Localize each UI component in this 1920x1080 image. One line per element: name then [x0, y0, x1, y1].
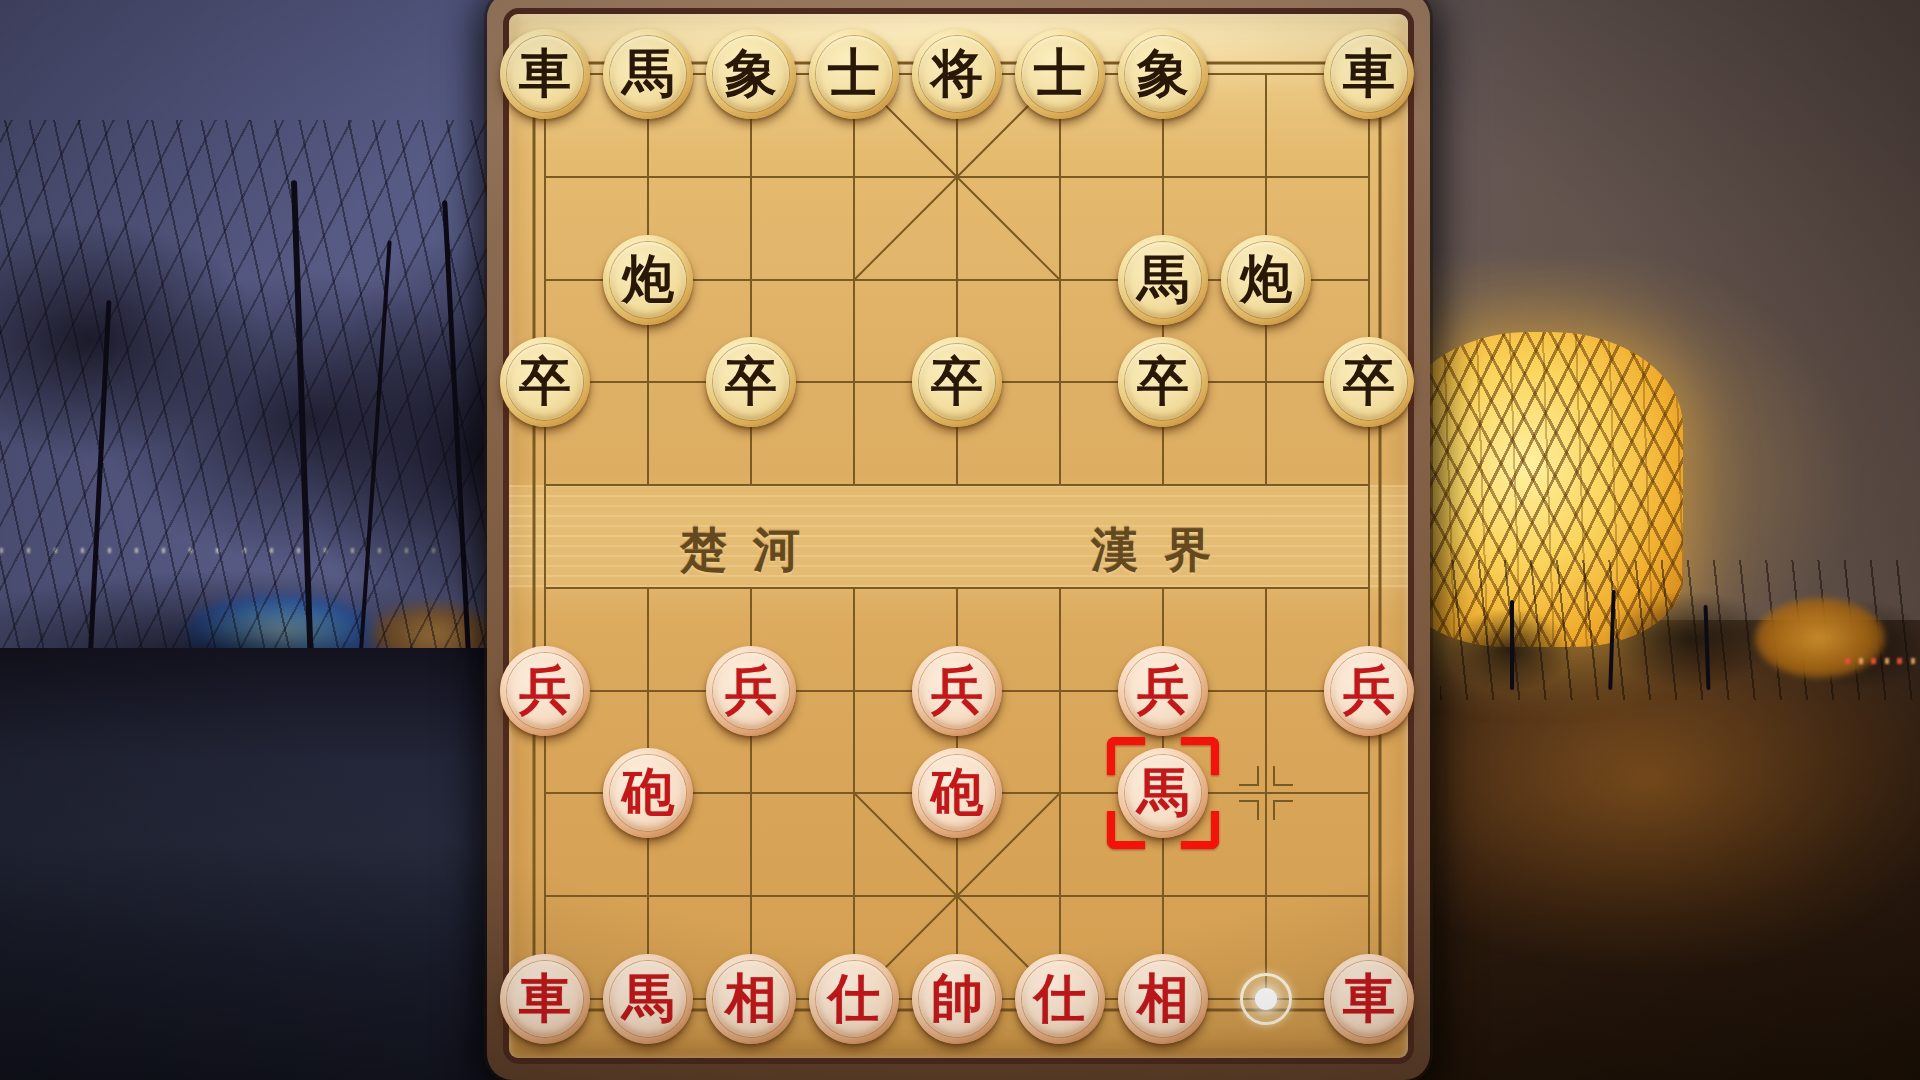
piece-character: 車 — [519, 48, 571, 100]
piece-red-elephant[interactable]: 相 — [1118, 954, 1208, 1044]
piece-red-cannon[interactable]: 砲 — [912, 748, 1002, 838]
piece-character: 車 — [519, 973, 571, 1025]
piece-character: 兵 — [519, 665, 571, 717]
piece-character: 馬 — [1137, 767, 1189, 819]
piece-black-advisor[interactable]: 士 — [809, 29, 899, 119]
piece-character: 砲 — [622, 767, 674, 819]
piece-character: 車 — [1343, 973, 1395, 1025]
piece-character: 卒 — [931, 356, 983, 408]
orange-lit-tree — [1755, 598, 1885, 678]
board-frame: 楚河 漢界 車馬象士将士象車炮馬炮卒卒卒卒卒兵兵兵兵兵砲砲馬車馬相仕帥仕相車 — [487, 0, 1430, 1080]
piece-character: 相 — [1137, 973, 1189, 1025]
piece-black-chariot[interactable]: 車 — [500, 29, 590, 119]
piece-red-elephant[interactable]: 相 — [706, 954, 796, 1044]
piece-red-advisor[interactable]: 仕 — [1015, 954, 1105, 1044]
piece-character: 卒 — [1343, 356, 1395, 408]
piece-character: 相 — [725, 973, 777, 1025]
piece-red-chariot[interactable]: 車 — [1324, 954, 1414, 1044]
piece-black-advisor[interactable]: 士 — [1015, 29, 1105, 119]
piece-black-cannon[interactable]: 炮 — [603, 235, 693, 325]
piece-character: 将 — [931, 48, 983, 100]
piece-character: 兵 — [1343, 665, 1395, 717]
piece-character: 卒 — [725, 356, 777, 408]
screenshot-stage: 楚河 漢界 車馬象士将士象車炮馬炮卒卒卒卒卒兵兵兵兵兵砲砲馬車馬相仕帥仕相車 — [0, 0, 1920, 1080]
piece-character: 士 — [1034, 48, 1086, 100]
piece-black-cannon[interactable]: 炮 — [1221, 235, 1311, 325]
piece-red-horse[interactable]: 馬 — [1118, 748, 1208, 838]
piece-black-soldier[interactable]: 卒 — [1324, 337, 1414, 427]
piece-character: 卒 — [1137, 356, 1189, 408]
piece-character: 兵 — [725, 665, 777, 717]
piece-red-advisor[interactable]: 仕 — [809, 954, 899, 1044]
piece-red-chariot[interactable]: 車 — [500, 954, 590, 1044]
piece-black-soldier[interactable]: 卒 — [500, 337, 590, 427]
piece-character: 馬 — [1137, 254, 1189, 306]
board-surface[interactable]: 楚河 漢界 車馬象士将士象車炮馬炮卒卒卒卒卒兵兵兵兵兵砲砲馬車馬相仕帥仕相車 — [509, 14, 1408, 1058]
piece-black-chariot[interactable]: 車 — [1324, 29, 1414, 119]
piece-red-general[interactable]: 帥 — [912, 954, 1002, 1044]
piece-character: 卒 — [519, 356, 571, 408]
piece-black-elephant[interactable]: 象 — [706, 29, 796, 119]
piece-character: 士 — [828, 48, 880, 100]
piece-black-elephant[interactable]: 象 — [1118, 29, 1208, 119]
piece-red-soldier[interactable]: 兵 — [912, 646, 1002, 736]
piece-character: 炮 — [1240, 254, 1292, 306]
piece-black-soldier[interactable]: 卒 — [706, 337, 796, 427]
piece-character: 砲 — [931, 767, 983, 819]
piece-black-soldier[interactable]: 卒 — [1118, 337, 1208, 427]
piece-red-soldier[interactable]: 兵 — [1118, 646, 1208, 736]
piece-black-horse[interactable]: 馬 — [1118, 235, 1208, 325]
river-label-right: 漢界 — [1091, 519, 1237, 582]
piece-character: 馬 — [622, 973, 674, 1025]
piece-character: 象 — [725, 48, 777, 100]
board-grid — [509, 14, 1408, 1058]
piece-red-horse[interactable]: 馬 — [603, 954, 693, 1044]
piece-red-soldier[interactable]: 兵 — [706, 646, 796, 736]
piece-red-soldier[interactable]: 兵 — [500, 646, 590, 736]
piece-character: 馬 — [622, 48, 674, 100]
piece-character: 象 — [1137, 48, 1189, 100]
piece-character: 車 — [1343, 48, 1395, 100]
piece-red-cannon[interactable]: 砲 — [603, 748, 693, 838]
piece-red-soldier[interactable]: 兵 — [1324, 646, 1414, 736]
tree-trunk — [1510, 600, 1514, 690]
car-tail-lights — [1845, 658, 1920, 664]
piece-character: 帥 — [931, 973, 983, 1025]
piece-black-general[interactable]: 将 — [912, 29, 1002, 119]
piece-black-soldier[interactable]: 卒 — [912, 337, 1002, 427]
piece-character: 炮 — [622, 254, 674, 306]
piece-character: 仕 — [1034, 973, 1086, 1025]
piece-character: 兵 — [931, 665, 983, 717]
piece-black-horse[interactable]: 馬 — [603, 29, 693, 119]
piece-character: 仕 — [828, 973, 880, 1025]
piece-character: 兵 — [1137, 665, 1189, 717]
river-label-left: 楚河 — [680, 519, 826, 582]
